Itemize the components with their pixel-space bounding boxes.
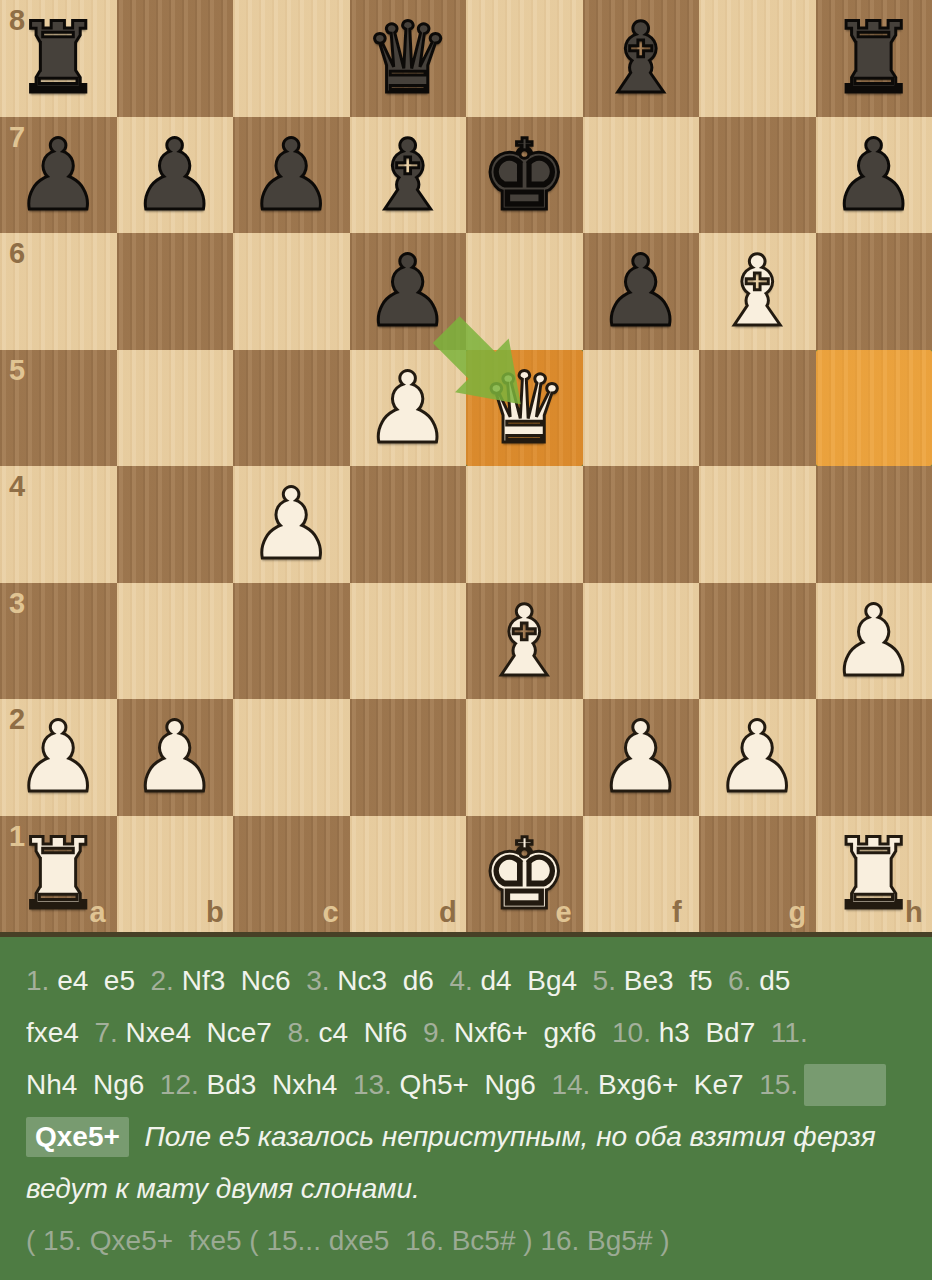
square-d7[interactable]: ♝	[350, 117, 467, 234]
piece-black-pawn[interactable]: ♟	[597, 242, 685, 340]
piece-white-pawn[interactable]: ♟	[131, 708, 219, 806]
piece-black-queen[interactable]: ♛	[364, 9, 452, 107]
square-f7[interactable]	[583, 117, 700, 234]
square-f6[interactable]: ♟	[583, 233, 700, 350]
move-number: 9.	[423, 1017, 446, 1049]
move-number: 12.	[160, 1069, 199, 1101]
square-c3[interactable]	[233, 583, 350, 700]
move-number: 3.	[306, 965, 329, 997]
square-c2[interactable]	[233, 699, 350, 816]
square-d8[interactable]: ♛	[350, 0, 467, 117]
square-f5[interactable]	[583, 350, 700, 467]
move-number: 14.	[551, 1069, 590, 1101]
current-move-highlight-stub	[804, 1064, 886, 1106]
piece-white-pawn[interactable]: ♟	[597, 708, 685, 806]
square-b3[interactable]	[117, 583, 234, 700]
file-label-b: b	[206, 898, 224, 927]
piece-white-bishop[interactable]: ♝	[713, 242, 801, 340]
square-e6[interactable]	[466, 233, 583, 350]
notation-line-4: Qxe5+ Поле e5 казалось неприступным, но …	[26, 1111, 906, 1163]
file-label-h: h	[905, 898, 923, 927]
move-number: 11.	[771, 1017, 808, 1049]
square-h7[interactable]: ♟	[816, 117, 932, 234]
piece-black-bishop[interactable]: ♝	[597, 9, 685, 107]
comment-text: Поле e5 казалось неприступным, но оба вз…	[129, 1121, 876, 1153]
piece-black-king[interactable]: ♚	[480, 126, 568, 224]
move-text[interactable]: fxe4	[26, 1017, 94, 1049]
move-text[interactable]: d4 Bg4	[473, 965, 593, 997]
move-text[interactable]: Be3 f5	[616, 965, 728, 997]
piece-black-rook[interactable]: ♜	[14, 9, 102, 107]
comment-text: ведут к мату двумя слонами.	[26, 1173, 420, 1205]
square-f2[interactable]: ♟	[583, 699, 700, 816]
piece-black-bishop[interactable]: ♝	[364, 126, 452, 224]
square-e8[interactable]	[466, 0, 583, 117]
file-label-g: g	[789, 898, 807, 927]
move-number: 8.	[287, 1017, 310, 1049]
rank-label-4: 4	[9, 472, 25, 501]
file-label-d: d	[439, 898, 457, 927]
square-b5[interactable]	[117, 350, 234, 467]
square-e5[interactable]: ♛	[466, 350, 583, 467]
square-c5[interactable]	[233, 350, 350, 467]
square-d6[interactable]: ♟	[350, 233, 467, 350]
square-d3[interactable]	[350, 583, 467, 700]
move-number: 2.	[151, 965, 174, 997]
move-text[interactable]: Bd3 Nxh4	[199, 1069, 353, 1101]
square-g5[interactable]	[699, 350, 816, 467]
square-b8[interactable]	[117, 0, 234, 117]
square-f8[interactable]: ♝	[583, 0, 700, 117]
rank-label-8: 8	[9, 6, 25, 35]
square-e7[interactable]: ♚	[466, 117, 583, 234]
rank-label-6: 6	[9, 239, 25, 268]
rank-label-7: 7	[9, 123, 25, 152]
square-h8[interactable]: ♜	[816, 0, 932, 117]
rank-label-5: 5	[9, 356, 25, 385]
piece-white-pawn[interactable]: ♟	[830, 592, 918, 690]
piece-black-pawn[interactable]: ♟	[14, 126, 102, 224]
variation-text[interactable]: ( 15. Qxe5+ fxe5 ( 15... dxe5 16. Bc5# )…	[26, 1225, 670, 1257]
square-c7[interactable]: ♟	[233, 117, 350, 234]
piece-white-pawn[interactable]: ♟	[713, 708, 801, 806]
square-e2[interactable]	[466, 699, 583, 816]
square-g2[interactable]: ♟	[699, 699, 816, 816]
move-number: 1.	[26, 965, 49, 997]
square-g3[interactable]	[699, 583, 816, 700]
piece-white-pawn[interactable]: ♟	[247, 475, 335, 573]
piece-black-pawn[interactable]: ♟	[830, 126, 918, 224]
square-e3[interactable]: ♝	[466, 583, 583, 700]
square-h3[interactable]: ♟	[816, 583, 932, 700]
square-c4[interactable]: ♟	[233, 466, 350, 583]
move-number: 5.	[593, 965, 616, 997]
move-text[interactable]: h3 Bd7	[651, 1017, 771, 1049]
move-number: 6.	[728, 965, 751, 997]
piece-white-pawn[interactable]: ♟	[14, 708, 102, 806]
square-d5[interactable]: ♟	[350, 350, 467, 467]
move-number: 4.	[449, 965, 472, 997]
move-text[interactable]: d5	[751, 965, 790, 997]
rank-label-3: 3	[9, 589, 25, 618]
move-number: 13.	[353, 1069, 392, 1101]
move-text[interactable]: Nxe4 Nce7	[118, 1017, 288, 1049]
square-b4[interactable]	[117, 466, 234, 583]
square-h6[interactable]	[816, 233, 932, 350]
square-h2[interactable]	[816, 699, 932, 816]
file-label-f: f	[672, 898, 682, 927]
notation-line-1: 1. e4 e5 2. Nf3 Nc6 3. Nc3 d6 4. d4 Bg4 …	[26, 955, 906, 1007]
square-g8[interactable]	[699, 0, 816, 117]
piece-white-pawn[interactable]: ♟	[364, 359, 452, 457]
notation-line-6: ( 15. Qxe5+ fxe5 ( 15... dxe5 16. Bc5# )…	[26, 1215, 906, 1267]
notation-panel: 1. e4 e5 2. Nf3 Nc6 3. Nc3 d6 4. d4 Bg4 …	[0, 937, 932, 1280]
square-b7[interactable]: ♟	[117, 117, 234, 234]
square-d2[interactable]	[350, 699, 467, 816]
move-text[interactable]: e4 e5	[49, 965, 150, 997]
move-text[interactable]: Nh4 Ng6	[26, 1069, 160, 1101]
rank-label-2: 2	[9, 705, 25, 734]
square-b2[interactable]: ♟	[117, 699, 234, 816]
move-number: 7.	[94, 1017, 117, 1049]
move-number: 10.	[612, 1017, 651, 1049]
rank-label-1: 1	[9, 822, 25, 851]
move-number: 15.	[759, 1069, 798, 1101]
file-label-a: a	[90, 898, 106, 927]
piece-black-pawn[interactable]: ♟	[247, 126, 335, 224]
square-c8[interactable]	[233, 0, 350, 117]
move-text[interactable]: Nc3 d6	[330, 965, 450, 997]
square-d4[interactable]	[350, 466, 467, 583]
move-text[interactable]: Nxf6+ gxf6	[446, 1017, 612, 1049]
file-label-c: c	[323, 898, 339, 927]
move-text[interactable]: Bxg6+ Ke7	[590, 1069, 759, 1101]
square-e4[interactable]	[466, 466, 583, 583]
piece-black-pawn[interactable]: ♟	[131, 126, 219, 224]
piece-black-rook[interactable]: ♜	[830, 9, 918, 107]
notation-line-2: fxe4 7. Nxe4 Nce7 8. c4 Nf6 9. Nxf6+ gxf…	[26, 1007, 906, 1059]
chess-app: ♜♛♝♜♟♟♟♝♚♟♟♟♝♟♛♟♝♟♟♟♟♟♜♚♜87654321abcdefg…	[0, 0, 932, 1280]
square-f3[interactable]	[583, 583, 700, 700]
square-g6[interactable]: ♝	[699, 233, 816, 350]
square-g4[interactable]	[699, 466, 816, 583]
piece-white-bishop[interactable]: ♝	[480, 592, 568, 690]
square-h4[interactable]	[816, 466, 932, 583]
move-text[interactable]: c4 Nf6	[311, 1017, 423, 1049]
current-move[interactable]: Qxe5+	[26, 1117, 129, 1157]
move-text[interactable]: Qh5+ Ng6	[392, 1069, 552, 1101]
square-h5[interactable]	[816, 350, 932, 467]
square-f4[interactable]	[583, 466, 700, 583]
chess-board: ♜♛♝♜♟♟♟♝♚♟♟♟♝♟♛♟♝♟♟♟♟♟♜♚♜87654321abcdefg…	[0, 0, 932, 932]
notation-line-3: Nh4 Ng6 12. Bd3 Nxh4 13. Qh5+ Ng6 14. Bx…	[26, 1059, 906, 1111]
move-text[interactable]: Nf3 Nc6	[174, 965, 306, 997]
square-g7[interactable]	[699, 117, 816, 234]
notation-line-5: ведут к мату двумя слонами.	[26, 1163, 906, 1215]
square-b6[interactable]	[117, 233, 234, 350]
piece-white-queen[interactable]: ♛	[480, 359, 568, 457]
square-c6[interactable]	[233, 233, 350, 350]
file-label-e: e	[556, 898, 572, 927]
piece-black-pawn[interactable]: ♟	[364, 242, 452, 340]
